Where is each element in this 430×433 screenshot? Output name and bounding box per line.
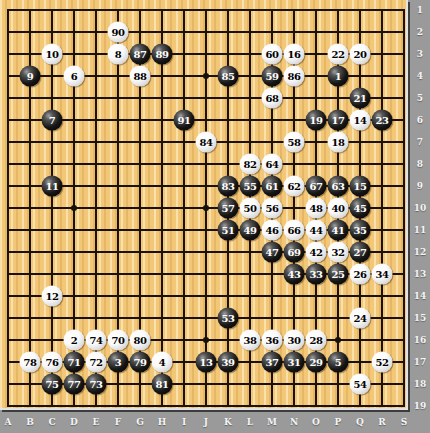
stone-move-number: 55 [244,181,257,191]
black-stone: 57 [218,198,239,219]
stone-move-number: 47 [266,247,279,257]
row-label: 4 [417,72,423,81]
stone-move-number: 40 [332,203,345,213]
row-label: 10 [414,204,427,213]
row-label: 12 [414,248,427,257]
row-label: 6 [417,116,423,125]
stone-move-number: 7 [49,115,55,125]
white-stone: 14 [350,110,371,131]
black-stone: 53 [218,308,239,329]
column-label: H [158,418,167,427]
stone-move-number: 57 [222,203,235,213]
stone-move-number: 35 [354,225,367,235]
black-stone: 67 [306,176,327,197]
black-stone: 31 [284,352,305,373]
stone-move-number: 19 [310,115,323,125]
stone-move-number: 78 [24,357,37,367]
white-stone: 90 [108,22,129,43]
stone-move-number: 85 [222,71,235,81]
column-label: O [312,418,320,427]
white-stone: 8 [108,44,129,65]
white-stone: 74 [86,330,107,351]
white-stone: 56 [262,198,283,219]
black-stone: 3 [108,352,129,373]
row-label: 16 [414,336,427,345]
black-stone: 41 [328,220,349,241]
white-stone: 84 [196,132,217,153]
black-stone: 55 [240,176,261,197]
stone-move-number: 24 [354,313,367,323]
black-stone: 35 [350,220,371,241]
stone-move-number: 56 [266,203,279,213]
white-stone: 26 [350,264,371,285]
stone-move-number: 66 [288,225,301,235]
stone-move-number: 73 [90,379,103,389]
column-label: A [5,418,12,427]
stone-move-number: 30 [288,335,301,345]
white-stone: 16 [284,44,305,65]
stone-move-number: 17 [332,115,345,125]
black-stone: 23 [372,110,393,131]
white-stone: 64 [262,154,283,175]
row-label: 14 [414,292,427,301]
stone-move-number: 63 [332,181,345,191]
white-stone: 54 [350,374,371,395]
stone-move-number: 4 [159,357,165,367]
white-stone: 82 [240,154,261,175]
black-stone: 7 [42,110,63,131]
stone-move-number: 27 [354,247,367,257]
stone-move-number: 38 [244,335,257,345]
white-stone: 4 [152,352,173,373]
black-stone: 87 [130,44,151,65]
black-stone: 21 [350,88,371,109]
go-board[interactable]: 1234567891011121314151617181920212223242… [0,0,408,410]
stone-move-number: 91 [178,115,191,125]
black-stone: 49 [240,220,261,241]
black-stone: 39 [218,352,239,373]
white-stone: 88 [130,66,151,87]
black-stone: 17 [328,110,349,131]
white-stone: 2 [64,330,85,351]
white-stone: 46 [262,220,283,241]
black-stone: 69 [284,242,305,263]
stone-move-number: 8 [115,49,121,59]
white-stone: 12 [42,286,63,307]
white-stone: 38 [240,330,261,351]
column-label: F [115,418,121,427]
black-stone: 29 [306,352,327,373]
stone-move-number: 45 [354,203,367,213]
stone-move-number: 43 [288,269,301,279]
stone-move-number: 25 [332,269,345,279]
column-label: D [70,418,78,427]
stone-move-number: 81 [156,379,169,389]
row-label: 17 [414,358,427,367]
column-label: R [378,418,385,427]
column-label: N [290,418,298,427]
white-stone: 86 [284,66,305,87]
stone-move-number: 83 [222,181,235,191]
stone-move-number: 1 [335,71,341,81]
black-stone: 89 [152,44,173,65]
stone-move-number: 31 [288,357,301,367]
stone-move-number: 67 [310,181,323,191]
stone-move-number: 36 [266,335,279,345]
stone-move-number: 79 [134,357,147,367]
row-label: 15 [414,314,427,323]
black-stone: 75 [42,374,63,395]
stone-move-number: 74 [90,335,103,345]
column-label: B [26,418,34,427]
stone-move-number: 50 [244,203,257,213]
stone-move-number: 58 [288,137,301,147]
stone-move-number: 16 [288,49,301,59]
white-stone: 28 [306,330,327,351]
stone-move-number: 3 [115,357,121,367]
stone-move-number: 18 [332,137,345,147]
stone-move-number: 60 [266,49,279,59]
column-label: E [93,418,100,427]
stone-move-number: 14 [354,115,367,125]
row-label: 8 [417,160,423,169]
white-stone: 58 [284,132,305,153]
star-point [203,73,209,79]
stone-move-number: 20 [354,49,367,59]
row-label: 1 [417,6,423,15]
stone-move-number: 86 [288,71,301,81]
white-stone: 34 [372,264,393,285]
stone-move-number: 72 [90,357,103,367]
stone-move-number: 80 [134,335,147,345]
white-stone: 22 [328,44,349,65]
stone-move-number: 64 [266,159,279,169]
black-stone: 13 [196,352,217,373]
stone-move-number: 15 [354,181,367,191]
column-label: I [182,418,186,427]
stone-move-number: 9 [27,71,33,81]
stone-move-number: 42 [310,247,323,257]
column-label: S [401,418,408,427]
black-stone: 33 [306,264,327,285]
stone-move-number: 12 [46,291,59,301]
white-stone: 10 [42,44,63,65]
stone-move-number: 90 [112,27,125,37]
black-stone: 79 [130,352,151,373]
stone-move-number: 13 [200,357,213,367]
stone-move-number: 6 [71,71,77,81]
row-label: 7 [417,138,423,147]
column-label: Q [356,418,364,427]
black-stone: 77 [64,374,85,395]
black-stone: 59 [262,66,283,87]
stone-move-number: 26 [354,269,367,279]
row-label: 18 [414,380,427,389]
white-stone: 6 [64,66,85,87]
column-label: P [335,418,342,427]
row-label: 11 [414,226,427,235]
white-stone: 32 [328,242,349,263]
black-stone: 63 [328,176,349,197]
white-stone: 44 [306,220,327,241]
black-stone: 45 [350,198,371,219]
star-point [335,337,341,343]
black-stone: 37 [262,352,283,373]
black-stone: 43 [284,264,305,285]
stone-move-number: 39 [222,357,235,367]
stone-move-number: 29 [310,357,323,367]
black-stone: 83 [218,176,239,197]
stone-move-number: 54 [354,379,367,389]
stone-move-number: 70 [112,335,125,345]
stone-move-number: 44 [310,225,323,235]
stone-move-number: 82 [244,159,257,169]
white-stone: 62 [284,176,305,197]
black-stone: 27 [350,242,371,263]
white-stone: 18 [328,132,349,153]
white-stone: 60 [262,44,283,65]
white-stone: 72 [86,352,107,373]
column-label: M [267,418,277,427]
black-stone: 51 [218,220,239,241]
stone-move-number: 68 [266,93,279,103]
stone-move-number: 32 [332,247,345,257]
white-stone: 80 [130,330,151,351]
stone-move-number: 75 [46,379,59,389]
black-stone: 5 [328,352,349,373]
row-label: 3 [417,50,423,59]
white-stone: 42 [306,242,327,263]
column-label-strip: ABCDEFGHIJKLMNOPQRS [0,412,430,433]
black-stone: 25 [328,264,349,285]
black-stone: 19 [306,110,327,131]
black-stone: 85 [218,66,239,87]
stone-move-number: 88 [134,71,147,81]
black-stone: 73 [86,374,107,395]
stone-move-number: 41 [332,225,345,235]
black-stone: 71 [64,352,85,373]
black-stone: 81 [152,374,173,395]
stone-move-number: 59 [266,71,279,81]
stone-move-number: 89 [156,49,169,59]
white-stone: 20 [350,44,371,65]
stone-move-number: 77 [68,379,81,389]
go-kifu-diagram: 1234567891011121314151617181920212223242… [0,0,430,433]
stone-move-number: 11 [46,181,59,191]
stone-move-number: 28 [310,335,323,345]
stone-move-number: 37 [266,357,279,367]
stone-move-number: 2 [71,335,77,345]
star-point [203,205,209,211]
stone-move-number: 61 [266,181,279,191]
white-stone: 76 [42,352,63,373]
black-stone: 9 [20,66,41,87]
white-stone: 52 [372,352,393,373]
stone-move-number: 53 [222,313,235,323]
row-label: 2 [417,28,423,37]
column-label: G [136,418,144,427]
black-stone: 1 [328,66,349,87]
black-stone: 91 [174,110,195,131]
white-stone: 48 [306,198,327,219]
stone-move-number: 33 [310,269,323,279]
row-label: 9 [417,182,423,191]
column-label: K [224,418,232,427]
stone-move-number: 69 [288,247,301,257]
stone-move-number: 22 [332,49,345,59]
stone-move-number: 49 [244,225,257,235]
row-label: 13 [414,270,427,279]
white-stone: 70 [108,330,129,351]
stone-move-number: 51 [222,225,235,235]
stone-move-number: 71 [68,357,81,367]
stone-move-number: 52 [376,357,389,367]
stone-move-number: 46 [266,225,279,235]
black-stone: 15 [350,176,371,197]
stone-move-number: 10 [46,49,59,59]
white-stone: 24 [350,308,371,329]
black-stone: 61 [262,176,283,197]
white-stone: 40 [328,198,349,219]
stone-move-number: 76 [46,357,59,367]
column-label: C [48,418,55,427]
black-stone: 11 [42,176,63,197]
stone-move-number: 87 [134,49,147,59]
stone-move-number: 34 [376,269,389,279]
row-label: 19 [414,402,427,411]
row-label-strip: 12345678910111213141516171819 [410,0,430,412]
column-label: L [247,418,253,427]
column-label: J [204,418,208,427]
white-stone: 66 [284,220,305,241]
stone-move-number: 84 [200,137,213,147]
stone-move-number: 5 [335,357,341,367]
stone-move-number: 21 [354,93,367,103]
white-stone: 50 [240,198,261,219]
star-point [71,205,77,211]
star-point [203,337,209,343]
stone-move-number: 62 [288,181,301,191]
white-stone: 30 [284,330,305,351]
white-stone: 78 [20,352,41,373]
stone-move-number: 23 [376,115,389,125]
stone-move-number: 48 [310,203,323,213]
white-stone: 36 [262,330,283,351]
row-label: 5 [417,94,423,103]
white-stone: 68 [262,88,283,109]
black-stone: 47 [262,242,283,263]
